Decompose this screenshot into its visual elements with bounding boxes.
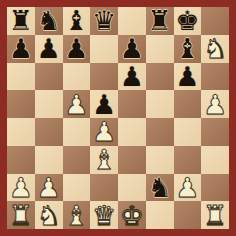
square-h8[interactable] [201, 7, 229, 35]
square-d7[interactable] [90, 35, 118, 63]
piece-white-rook[interactable]: ♜ [203, 202, 227, 229]
square-g8[interactable]: ♚ [174, 7, 202, 35]
square-e5[interactable] [118, 90, 146, 118]
square-f7[interactable] [146, 35, 174, 63]
piece-black-king[interactable]: ♚ [175, 7, 199, 34]
square-h6[interactable] [201, 63, 229, 91]
square-g1[interactable] [174, 201, 202, 229]
square-h3[interactable] [201, 146, 229, 174]
square-b8[interactable]: ♞ [35, 7, 63, 35]
square-b5[interactable] [35, 90, 63, 118]
square-d4[interactable]: ♟ [90, 118, 118, 146]
square-f5[interactable] [146, 90, 174, 118]
piece-white-pawn[interactable]: ♟ [64, 91, 88, 118]
piece-black-pawn[interactable]: ♟ [120, 35, 144, 62]
square-b3[interactable] [35, 146, 63, 174]
chess-board: ♜♞♝♛♜♚♟♟♟♟♝♞♟♟♟♟♟♟♝♟♟♞♟♜♞♝♛♚♜ [0, 0, 236, 236]
square-a3[interactable] [7, 146, 35, 174]
piece-black-pawn[interactable]: ♟ [92, 91, 116, 118]
piece-black-pawn[interactable]: ♟ [175, 63, 199, 90]
square-h5[interactable]: ♟ [201, 90, 229, 118]
square-c7[interactable]: ♟ [63, 35, 91, 63]
piece-white-rook[interactable]: ♜ [9, 202, 33, 229]
square-a6[interactable] [7, 63, 35, 91]
piece-black-pawn[interactable]: ♟ [120, 63, 144, 90]
square-e3[interactable] [118, 146, 146, 174]
square-b7[interactable]: ♟ [35, 35, 63, 63]
piece-black-rook[interactable]: ♜ [9, 7, 33, 34]
piece-white-queen[interactable]: ♛ [92, 202, 116, 229]
square-d2[interactable] [90, 174, 118, 202]
square-a7[interactable]: ♟ [7, 35, 35, 63]
square-f1[interactable] [146, 201, 174, 229]
square-f2[interactable]: ♞ [146, 174, 174, 202]
square-h7[interactable]: ♞ [201, 35, 229, 63]
piece-white-pawn[interactable]: ♟ [9, 174, 33, 201]
square-f4[interactable] [146, 118, 174, 146]
square-g3[interactable] [174, 146, 202, 174]
square-e7[interactable]: ♟ [118, 35, 146, 63]
square-g6[interactable]: ♟ [174, 63, 202, 91]
square-h4[interactable] [201, 118, 229, 146]
square-c8[interactable]: ♝ [63, 7, 91, 35]
square-g5[interactable] [174, 90, 202, 118]
piece-white-bishop[interactable]: ♝ [92, 146, 116, 173]
piece-white-pawn[interactable]: ♟ [203, 91, 227, 118]
square-e1[interactable]: ♚ [118, 201, 146, 229]
square-a4[interactable] [7, 118, 35, 146]
square-d1[interactable]: ♛ [90, 201, 118, 229]
square-c6[interactable] [63, 63, 91, 91]
square-f6[interactable] [146, 63, 174, 91]
square-h1[interactable]: ♜ [201, 201, 229, 229]
piece-black-pawn[interactable]: ♟ [64, 35, 88, 62]
square-d6[interactable] [90, 63, 118, 91]
square-a5[interactable] [7, 90, 35, 118]
piece-white-pawn[interactable]: ♟ [175, 174, 199, 201]
square-a1[interactable]: ♜ [7, 201, 35, 229]
piece-black-knight[interactable]: ♞ [148, 174, 172, 201]
piece-white-pawn[interactable]: ♟ [37, 174, 61, 201]
square-e8[interactable] [118, 7, 146, 35]
piece-black-pawn[interactable]: ♟ [9, 35, 33, 62]
piece-white-bishop[interactable]: ♝ [64, 202, 88, 229]
square-b1[interactable]: ♞ [35, 201, 63, 229]
square-f8[interactable]: ♜ [146, 7, 174, 35]
square-d5[interactable]: ♟ [90, 90, 118, 118]
piece-black-queen[interactable]: ♛ [92, 7, 116, 34]
square-e6[interactable]: ♟ [118, 63, 146, 91]
square-g7[interactable]: ♝ [174, 35, 202, 63]
square-e4[interactable] [118, 118, 146, 146]
piece-black-rook[interactable]: ♜ [148, 7, 172, 34]
piece-black-bishop[interactable]: ♝ [64, 7, 88, 34]
square-b4[interactable] [35, 118, 63, 146]
piece-black-knight[interactable]: ♞ [37, 7, 61, 34]
piece-white-knight[interactable]: ♞ [37, 202, 61, 229]
square-c5[interactable]: ♟ [63, 90, 91, 118]
square-e2[interactable] [118, 174, 146, 202]
square-f3[interactable] [146, 146, 174, 174]
square-c1[interactable]: ♝ [63, 201, 91, 229]
square-c3[interactable] [63, 146, 91, 174]
square-d3[interactable]: ♝ [90, 146, 118, 174]
square-c4[interactable] [63, 118, 91, 146]
square-h2[interactable] [201, 174, 229, 202]
piece-white-king[interactable]: ♚ [120, 202, 144, 229]
square-a2[interactable]: ♟ [7, 174, 35, 202]
piece-black-pawn[interactable]: ♟ [37, 35, 61, 62]
square-b2[interactable]: ♟ [35, 174, 63, 202]
square-d8[interactable]: ♛ [90, 7, 118, 35]
piece-black-bishop[interactable]: ♝ [175, 35, 199, 62]
square-a8[interactable]: ♜ [7, 7, 35, 35]
square-b6[interactable] [35, 63, 63, 91]
square-g2[interactable]: ♟ [174, 174, 202, 202]
square-c2[interactable] [63, 174, 91, 202]
square-g4[interactable] [174, 118, 202, 146]
piece-white-knight[interactable]: ♞ [203, 35, 227, 62]
piece-white-pawn[interactable]: ♟ [92, 118, 116, 145]
